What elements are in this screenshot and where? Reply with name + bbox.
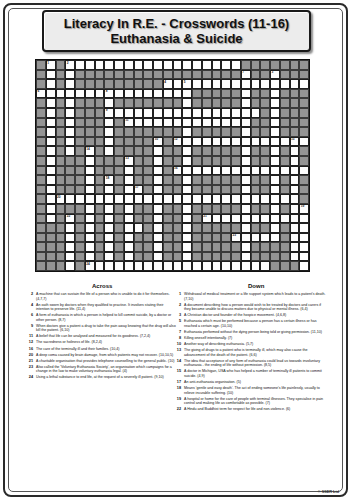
answer-cell	[163, 89, 173, 99]
answer-cell	[290, 194, 300, 204]
block-cell	[192, 98, 202, 108]
answer-cell	[270, 127, 280, 137]
block-cell	[280, 242, 290, 252]
block-cell	[299, 146, 309, 156]
block-cell	[85, 70, 95, 80]
block-cell	[202, 204, 212, 214]
across-header: Across	[92, 283, 112, 289]
answer-cell	[134, 89, 144, 99]
answer-cell	[202, 137, 212, 147]
answer-cell	[153, 214, 163, 224]
answer-cell	[153, 204, 163, 214]
down-clue-text: Euthanasia which must be performed becau…	[184, 319, 328, 328]
block-cell	[143, 166, 153, 176]
block-cell	[251, 242, 261, 252]
block-cell	[95, 214, 105, 224]
answer-cell	[212, 214, 222, 224]
block-cell	[192, 233, 202, 243]
answer-cell	[124, 233, 134, 243]
block-cell	[75, 98, 85, 108]
clue-number: 11	[125, 118, 128, 122]
answer-cell	[280, 214, 290, 224]
block-cell	[124, 127, 134, 137]
answer-cell	[153, 108, 163, 118]
answer-cell	[143, 194, 153, 204]
block-cell	[46, 233, 56, 243]
block-cell	[143, 156, 153, 166]
block-cell	[124, 137, 134, 147]
block-cell	[299, 98, 309, 108]
down-clue-text: Withdrawal of medical treatment or a lif…	[184, 292, 328, 301]
answer-cell	[221, 79, 231, 89]
answer-cell	[270, 156, 280, 166]
answer-cell: 3	[270, 70, 280, 80]
answer-cell	[221, 108, 231, 118]
answer-cell	[124, 194, 134, 204]
answer-cell	[299, 166, 309, 176]
answer-cell	[182, 261, 192, 271]
block-cell	[104, 70, 114, 80]
answer-cell	[85, 233, 95, 243]
answer-cell	[104, 261, 114, 271]
block-cell	[75, 204, 85, 214]
block-cell	[153, 70, 163, 80]
block-cell	[251, 146, 261, 156]
answer-cell	[114, 108, 124, 118]
answer-cell	[231, 79, 241, 89]
down-clue-item: 1Withdrawal of medical treatment or a li…	[172, 292, 328, 301]
answer-cell: 24	[85, 261, 95, 271]
block-cell	[36, 137, 46, 147]
answer-cell	[212, 118, 222, 128]
block-cell	[114, 166, 124, 176]
answer-cell	[182, 194, 192, 204]
block-cell	[212, 127, 222, 137]
answer-cell	[241, 242, 251, 252]
block-cell	[114, 233, 124, 243]
block-cell	[231, 146, 241, 156]
block-cell	[134, 70, 144, 80]
answer-cell	[231, 261, 241, 271]
answer-cell: 5	[182, 79, 192, 89]
block-cell	[114, 252, 124, 262]
block-cell	[202, 98, 212, 108]
block-cell	[36, 194, 46, 204]
answer-cell	[290, 233, 300, 243]
answer-cell	[153, 223, 163, 233]
block-cell	[104, 156, 114, 166]
answer-cell	[104, 146, 114, 156]
block-cell	[134, 204, 144, 214]
clue-number: 23	[233, 233, 237, 237]
answer-cell	[173, 108, 183, 118]
block-cell	[212, 98, 222, 108]
block-cell	[36, 108, 46, 118]
down-clue-item: 2A document describing how a person woul…	[172, 303, 328, 312]
block-cell	[260, 127, 270, 137]
block-cell	[270, 252, 280, 262]
answer-cell	[104, 204, 114, 214]
block-cell	[85, 127, 95, 137]
block-cell	[290, 98, 300, 108]
answer-cell	[221, 214, 231, 224]
clue-number: 18	[106, 176, 110, 180]
answer-cell	[104, 185, 114, 195]
answer-cell	[134, 223, 144, 233]
answer-cell	[104, 118, 114, 128]
block-cell	[192, 204, 202, 214]
answer-cell	[241, 261, 251, 271]
block-cell	[260, 89, 270, 99]
block-cell	[134, 98, 144, 108]
answer-cell	[104, 242, 114, 252]
block-cell	[290, 70, 300, 80]
block-cell	[221, 146, 231, 156]
answer-cell	[124, 108, 134, 118]
block-cell	[221, 252, 231, 262]
answer-cell	[46, 185, 56, 195]
answer-cell	[104, 223, 114, 233]
answer-cell	[270, 166, 280, 176]
block-cell	[56, 156, 66, 166]
block-cell	[56, 166, 66, 176]
block-cell	[75, 252, 85, 262]
block-cell	[153, 98, 163, 108]
answer-cell	[212, 194, 222, 204]
block-cell	[221, 70, 231, 80]
block-cell	[212, 89, 222, 99]
down-clue-item: 15A doctor in Michigan, USA who has help…	[172, 369, 328, 378]
block-cell	[173, 146, 183, 156]
answer-cell	[270, 98, 280, 108]
block-cell	[192, 146, 202, 156]
block-cell	[36, 252, 46, 262]
answer-cell	[143, 89, 153, 99]
block-cell	[231, 127, 241, 137]
block-cell	[143, 79, 153, 89]
block-cell	[260, 175, 270, 185]
answer-cell	[153, 233, 163, 243]
answer-cell: 8	[104, 89, 114, 99]
across-clue-item: 20A deep coma caused by brain damage, fr…	[24, 353, 177, 358]
across-clue-item: 11A belief that life can be analysed and…	[24, 334, 177, 339]
answer-cell	[182, 108, 192, 118]
block-cell	[95, 108, 105, 118]
clue-number: 14	[86, 147, 90, 151]
block-cell	[143, 223, 153, 233]
answer-cell	[260, 233, 270, 243]
answer-cell	[241, 233, 251, 243]
answer-cell	[173, 89, 183, 99]
answer-cell	[134, 194, 144, 204]
block-cell	[212, 242, 222, 252]
answer-cell	[104, 98, 114, 108]
block-cell	[290, 60, 300, 70]
worksheet-page: Literacy In R.E. - Crosswords (11-16) Eu…	[0, 0, 351, 500]
clue-number: 12	[174, 137, 178, 141]
answer-cell: 7	[241, 70, 251, 80]
block-cell	[280, 204, 290, 214]
answer-cell	[75, 60, 85, 70]
block-cell	[85, 79, 95, 89]
block-cell	[134, 146, 144, 156]
block-cell	[36, 242, 46, 252]
block-cell	[46, 261, 56, 271]
block-cell	[56, 214, 66, 224]
block-cell	[36, 166, 46, 176]
answer-cell	[202, 261, 212, 271]
down-clue-text: Killing oneself intentionally. (7)	[184, 336, 328, 341]
block-cell	[221, 185, 231, 195]
answer-cell	[85, 242, 95, 252]
block-cell	[134, 233, 144, 243]
answer-cell	[46, 70, 56, 80]
block-cell	[143, 233, 153, 243]
down-clue-item: 18Means 'gentle and easy death'. The act…	[172, 386, 328, 395]
clue-number: 16	[174, 166, 178, 170]
block-cell	[251, 60, 261, 70]
answer-cell	[153, 185, 163, 195]
answer-cell	[46, 156, 56, 166]
block-cell	[192, 223, 202, 233]
across-clue-item: 16The care of the terminally ill and the…	[24, 347, 177, 352]
answer-cell	[134, 118, 144, 128]
block-cell	[114, 127, 124, 137]
answer-cell	[280, 137, 290, 147]
block-cell	[299, 70, 309, 80]
across-clue-number: 12	[24, 340, 33, 345]
answer-cell	[153, 175, 163, 185]
block-cell	[260, 108, 270, 118]
block-cell	[95, 79, 105, 89]
answer-cell	[241, 166, 251, 176]
block-cell	[36, 60, 46, 70]
block-cell	[251, 89, 261, 99]
down-clue-item: 17An anti-euthanasia organisation. (5)	[172, 380, 328, 385]
answer-cell	[182, 127, 192, 137]
answer-cell	[65, 233, 75, 243]
block-cell	[56, 242, 66, 252]
block-cell	[251, 118, 261, 128]
block-cell	[270, 242, 280, 252]
block-cell	[173, 252, 183, 262]
answer-cell: 20	[56, 194, 66, 204]
answer-cell	[104, 60, 114, 70]
block-cell	[124, 98, 134, 108]
answer-cell	[65, 223, 75, 233]
block-cell	[163, 214, 173, 224]
block-cell	[290, 261, 300, 271]
answer-cell	[163, 118, 173, 128]
block-cell	[134, 214, 144, 224]
block-cell	[143, 204, 153, 214]
answer-cell	[290, 146, 300, 156]
clue-number: 10	[155, 137, 159, 141]
block-cell	[134, 242, 144, 252]
block-cell	[182, 70, 192, 80]
answer-cell	[153, 60, 163, 70]
across-clue-text: A machine that can sustain the life of a…	[36, 292, 177, 301]
block-cell	[231, 185, 241, 195]
answer-cell	[260, 79, 270, 89]
down-clue-item: 3A Christian doctor and founder of the h…	[172, 313, 328, 318]
answer-cell	[134, 108, 144, 118]
answer-cell	[46, 137, 56, 147]
block-cell	[95, 146, 105, 156]
answer-cell	[251, 214, 261, 224]
across-clue-number: 6	[24, 313, 33, 322]
block-cell	[114, 204, 124, 214]
answer-cell	[75, 89, 85, 99]
block-cell	[299, 194, 309, 204]
block-cell	[163, 223, 173, 233]
block-cell	[75, 146, 85, 156]
answer-cell	[280, 194, 290, 204]
block-cell	[143, 98, 153, 108]
block-cell	[212, 185, 222, 195]
block-cell	[260, 98, 270, 108]
down-clue-number: 1	[172, 292, 181, 301]
block-cell	[36, 261, 46, 271]
block-cell	[95, 252, 105, 262]
block-cell	[143, 214, 153, 224]
block-cell	[104, 79, 114, 89]
answer-cell	[153, 252, 163, 262]
answer-cell	[192, 79, 202, 89]
block-cell	[163, 175, 173, 185]
clue-number: 22	[67, 214, 71, 218]
down-clue-number: 19	[172, 397, 181, 406]
block-cell	[280, 108, 290, 118]
block-cell	[163, 242, 173, 252]
across-clue-text: Using a lethal substance to end life, at…	[36, 375, 177, 380]
answer-cell	[260, 214, 270, 224]
block-cell	[241, 60, 251, 70]
down-clue-text: The giving of drugs to a patient who is …	[184, 348, 328, 357]
block-cell	[134, 127, 144, 137]
block-cell	[231, 223, 241, 233]
block-cell	[221, 89, 231, 99]
answer-cell	[212, 108, 222, 118]
block-cell	[75, 185, 85, 195]
block-cell	[95, 156, 105, 166]
block-cell	[134, 166, 144, 176]
down-clue-number: 13	[172, 348, 181, 357]
block-cell	[36, 214, 46, 224]
block-cell	[202, 223, 212, 233]
block-cell	[143, 146, 153, 156]
block-cell	[143, 185, 153, 195]
block-cell	[251, 204, 261, 214]
answer-cell	[124, 185, 134, 195]
answer-cell	[85, 175, 95, 185]
answer-cell: 1	[46, 60, 56, 70]
answer-cell	[290, 79, 300, 89]
title-box: Literacy In R.E. - Crosswords (11-16) Eu…	[42, 10, 311, 52]
down-clue-text: The idea that acceptance of any form of …	[184, 359, 328, 368]
block-cell	[134, 137, 144, 147]
answer-cell	[241, 137, 251, 147]
answer-cell	[270, 175, 280, 185]
block-cell	[75, 242, 85, 252]
block-cell	[95, 70, 105, 80]
answer-cell	[143, 60, 153, 70]
answer-cell	[65, 79, 75, 89]
answer-cell	[212, 60, 222, 70]
answer-cell	[65, 108, 75, 118]
answer-cell	[85, 156, 95, 166]
block-cell	[212, 156, 222, 166]
block-cell	[163, 204, 173, 214]
block-cell	[75, 175, 85, 185]
down-clue-number: 17	[172, 380, 181, 385]
block-cell	[212, 223, 222, 233]
across-clue-item: 12The sacredness or holiness of life. (8…	[24, 340, 177, 345]
answer-cell	[124, 214, 134, 224]
answer-cell	[124, 204, 134, 214]
answer-cell	[153, 89, 163, 99]
block-cell	[260, 118, 270, 128]
block-cell	[212, 175, 222, 185]
answer-cell	[182, 60, 192, 70]
block-cell	[192, 70, 202, 80]
block-cell	[202, 156, 212, 166]
block-cell	[114, 98, 124, 108]
block-cell	[134, 175, 144, 185]
down-clue-number: 2	[172, 303, 181, 312]
answer-cell	[231, 214, 241, 224]
answer-cell	[163, 261, 173, 271]
answer-cell	[46, 166, 56, 176]
block-cell	[280, 146, 290, 156]
answer-cell	[104, 214, 114, 224]
block-cell	[75, 127, 85, 137]
block-cell	[280, 70, 290, 80]
answer-cell	[182, 252, 192, 262]
block-cell	[280, 118, 290, 128]
block-cell	[299, 175, 309, 185]
block-cell	[114, 175, 124, 185]
answer-cell	[75, 194, 85, 204]
block-cell	[202, 89, 212, 99]
answer-cell	[270, 194, 280, 204]
answer-cell	[182, 166, 192, 176]
block-cell	[221, 156, 231, 166]
answer-cell	[85, 166, 95, 176]
answer-cell	[85, 214, 95, 224]
page-subtitle: Euthanasia & Suicide	[110, 31, 242, 46]
answer-cell	[182, 233, 192, 243]
answer-cell	[202, 194, 212, 204]
block-cell	[173, 223, 183, 233]
answer-cell	[212, 166, 222, 176]
block-cell	[260, 185, 270, 195]
answer-cell	[182, 146, 192, 156]
block-cell	[280, 185, 290, 195]
answer-cell	[251, 79, 261, 89]
block-cell	[280, 261, 290, 271]
block-cell	[36, 185, 46, 195]
answer-cell	[85, 60, 95, 70]
block-cell	[36, 98, 46, 108]
answer-cell	[56, 89, 66, 99]
across-clues-list: 2A machine that can sustain the life of …	[24, 292, 177, 382]
across-clue-text: Also called the 'Voluntary Euthanasia So…	[36, 365, 177, 374]
answer-cell	[85, 252, 95, 262]
answer-cell	[231, 108, 241, 118]
block-cell	[114, 70, 124, 80]
answer-cell: 17	[134, 185, 144, 195]
